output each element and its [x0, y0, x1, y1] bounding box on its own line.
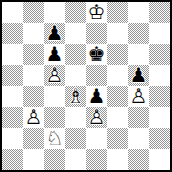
square-e5[interactable]	[86, 65, 107, 86]
square-a1[interactable]	[2, 149, 23, 170]
square-f4[interactable]	[107, 86, 128, 107]
square-d4[interactable]: ♝♗	[65, 86, 86, 107]
square-f7[interactable]	[107, 23, 128, 44]
square-g5[interactable]: ♟	[128, 65, 149, 86]
square-b6[interactable]	[23, 44, 44, 65]
square-a7[interactable]	[2, 23, 23, 44]
square-e2[interactable]	[86, 128, 107, 149]
square-f1[interactable]	[107, 149, 128, 170]
chess-board: ♚♔♟♟♚♟♙♟♝♗♟♟♙♟♙♟♙♞♘	[0, 0, 172, 172]
pawn-outline-glyph: ♙	[128, 86, 149, 107]
square-c1[interactable]	[44, 149, 65, 170]
square-c4[interactable]	[44, 86, 65, 107]
square-e8[interactable]: ♚♔	[86, 2, 107, 23]
piece-white-pawn-c5[interactable]: ♟♙	[44, 65, 65, 86]
king-solid-glyph: ♚	[86, 44, 107, 65]
square-b1[interactable]	[23, 149, 44, 170]
square-b4[interactable]	[23, 86, 44, 107]
square-g2[interactable]	[128, 128, 149, 149]
square-d3[interactable]	[65, 107, 86, 128]
square-d6[interactable]	[65, 44, 86, 65]
square-h4[interactable]	[149, 86, 170, 107]
square-h8[interactable]	[149, 2, 170, 23]
square-f8[interactable]	[107, 2, 128, 23]
square-h2[interactable]	[149, 128, 170, 149]
pawn-solid-glyph: ♟	[86, 86, 107, 107]
pawn-outline-glyph: ♙	[23, 107, 44, 128]
piece-white-king-e8[interactable]: ♚♔	[86, 2, 107, 23]
square-d1[interactable]	[65, 149, 86, 170]
square-c7[interactable]: ♟	[44, 23, 65, 44]
piece-black-pawn-e4[interactable]: ♟	[86, 86, 107, 107]
square-a5[interactable]	[2, 65, 23, 86]
square-h6[interactable]	[149, 44, 170, 65]
square-f3[interactable]	[107, 107, 128, 128]
square-g7[interactable]	[128, 23, 149, 44]
pawn-solid-glyph: ♟	[44, 23, 65, 44]
square-a3[interactable]	[2, 107, 23, 128]
square-d8[interactable]	[65, 2, 86, 23]
square-b3[interactable]: ♟♙	[23, 107, 44, 128]
piece-black-pawn-c7[interactable]: ♟	[44, 23, 65, 44]
pawn-solid-glyph: ♟	[44, 44, 65, 65]
square-h3[interactable]	[149, 107, 170, 128]
square-h7[interactable]	[149, 23, 170, 44]
square-g6[interactable]	[128, 44, 149, 65]
square-g3[interactable]	[128, 107, 149, 128]
square-h5[interactable]	[149, 65, 170, 86]
square-e4[interactable]: ♟	[86, 86, 107, 107]
square-h1[interactable]	[149, 149, 170, 170]
square-e6[interactable]: ♚	[86, 44, 107, 65]
square-d5[interactable]	[65, 65, 86, 86]
square-a6[interactable]	[2, 44, 23, 65]
square-a8[interactable]	[2, 2, 23, 23]
piece-white-pawn-b3[interactable]: ♟♙	[23, 107, 44, 128]
square-b2[interactable]	[23, 128, 44, 149]
square-c6[interactable]: ♟	[44, 44, 65, 65]
square-b8[interactable]	[23, 2, 44, 23]
piece-white-knight-c2[interactable]: ♞♘	[44, 128, 65, 149]
square-c8[interactable]	[44, 2, 65, 23]
square-c2[interactable]: ♞♘	[44, 128, 65, 149]
pawn-outline-glyph: ♙	[86, 107, 107, 128]
square-e1[interactable]	[86, 149, 107, 170]
pawn-outline-glyph: ♙	[44, 65, 65, 86]
square-g4[interactable]: ♟♙	[128, 86, 149, 107]
square-g8[interactable]	[128, 2, 149, 23]
square-e7[interactable]	[86, 23, 107, 44]
square-c5[interactable]: ♟♙	[44, 65, 65, 86]
king-outline-glyph: ♔	[86, 2, 107, 23]
square-f5[interactable]	[107, 65, 128, 86]
piece-black-pawn-g5[interactable]: ♟	[128, 65, 149, 86]
piece-white-bishop-d4[interactable]: ♝♗	[65, 86, 86, 107]
square-a4[interactable]	[2, 86, 23, 107]
square-e3[interactable]: ♟♙	[86, 107, 107, 128]
square-d7[interactable]	[65, 23, 86, 44]
piece-black-king-e6[interactable]: ♚	[86, 44, 107, 65]
piece-white-pawn-g4[interactable]: ♟♙	[128, 86, 149, 107]
square-a2[interactable]	[2, 128, 23, 149]
piece-black-pawn-c6[interactable]: ♟	[44, 44, 65, 65]
pawn-solid-glyph: ♟	[128, 65, 149, 86]
knight-outline-glyph: ♘	[44, 128, 65, 149]
square-b7[interactable]	[23, 23, 44, 44]
square-g1[interactable]	[128, 149, 149, 170]
square-d2[interactable]	[65, 128, 86, 149]
square-f6[interactable]	[107, 44, 128, 65]
piece-white-pawn-e3[interactable]: ♟♙	[86, 107, 107, 128]
bishop-outline-glyph: ♗	[65, 86, 86, 107]
square-f2[interactable]	[107, 128, 128, 149]
square-c3[interactable]	[44, 107, 65, 128]
square-b5[interactable]	[23, 65, 44, 86]
